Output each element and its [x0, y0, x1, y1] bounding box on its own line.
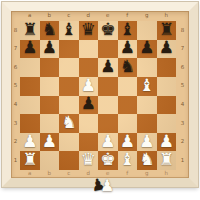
- white-pawn-icon: ♟: [159, 133, 174, 150]
- black-bishop-icon: ♝: [120, 21, 135, 38]
- square-c2[interactable]: [59, 133, 79, 152]
- white-pawn-icon: ♟: [100, 133, 115, 150]
- white-pawn-icon: ♟: [42, 133, 57, 150]
- black-pawn-icon: ♟: [159, 39, 174, 56]
- captured-white-pawn-icon: ♟: [100, 178, 114, 194]
- white-pawn-icon: ♟: [120, 133, 135, 150]
- square-c8[interactable]: ♝: [59, 21, 79, 40]
- rank-labels-right: 87654321: [176, 21, 189, 170]
- square-d3[interactable]: [79, 114, 99, 133]
- rank-label: 7: [11, 40, 20, 59]
- file-label: a: [20, 170, 40, 178]
- white-pawn-icon: ♟: [81, 77, 96, 94]
- black-pawn-icon: ♟: [100, 58, 115, 75]
- file-label: h: [157, 170, 177, 178]
- black-rook-icon: ♜: [159, 21, 174, 38]
- square-b4[interactable]: [40, 96, 60, 115]
- rank-label: 2: [11, 133, 20, 152]
- square-e4[interactable]: [98, 96, 118, 115]
- black-king-icon: ♚: [100, 21, 115, 38]
- square-a3[interactable]: [20, 114, 40, 133]
- black-pawn-icon: ♟: [42, 39, 57, 56]
- square-a5[interactable]: [20, 77, 40, 96]
- black-queen-icon: ♛: [81, 21, 96, 38]
- square-a4[interactable]: [20, 96, 40, 115]
- square-a1[interactable]: ♜: [20, 151, 40, 170]
- square-e5[interactable]: [98, 77, 118, 96]
- white-king-icon: ♚: [100, 151, 115, 168]
- square-h5[interactable]: [157, 77, 177, 96]
- rank-label: 8: [176, 21, 189, 40]
- square-c1[interactable]: [59, 151, 79, 170]
- black-rook-icon: ♜: [22, 21, 37, 38]
- square-c3[interactable]: ♞: [59, 114, 79, 133]
- rank-label: 4: [176, 96, 189, 115]
- square-c5[interactable]: [59, 77, 79, 96]
- rank-label: 5: [11, 77, 20, 96]
- white-pawn-icon: ♟: [22, 133, 37, 150]
- rank-labels-left: 87654321: [11, 21, 20, 170]
- square-f1[interactable]: ♝: [118, 151, 138, 170]
- square-f5[interactable]: [118, 77, 138, 96]
- square-e3[interactable]: [98, 114, 118, 133]
- square-g4[interactable]: [137, 96, 157, 115]
- white-pawn-icon: ♟: [139, 133, 154, 150]
- board-margin: abcdefgh abcdefgh 87654321 87654321 ♜♞♝♛…: [11, 11, 189, 178]
- rank-label: 8: [11, 21, 20, 40]
- square-h7[interactable]: ♟: [157, 40, 177, 59]
- rank-label: 2: [176, 133, 189, 152]
- square-a6[interactable]: [20, 58, 40, 77]
- square-f3[interactable]: [118, 114, 138, 133]
- square-d8[interactable]: ♛: [79, 21, 99, 40]
- board-frame: abcdefgh abcdefgh 87654321 87654321 ♜♞♝♛…: [2, 2, 198, 187]
- square-a7[interactable]: ♟: [20, 40, 40, 59]
- file-label: b: [40, 170, 60, 178]
- square-d1[interactable]: ♛: [79, 151, 99, 170]
- square-c7[interactable]: [59, 40, 79, 59]
- file-label: c: [59, 170, 79, 178]
- square-h1[interactable]: ♜: [157, 151, 177, 170]
- square-f6[interactable]: ♞: [118, 58, 138, 77]
- black-pawn-icon: ♟: [81, 95, 96, 112]
- square-b2[interactable]: ♟: [40, 133, 60, 152]
- square-b6[interactable]: [40, 58, 60, 77]
- white-queen-icon: ♛: [81, 151, 96, 168]
- demo-chessboard-photo: abcdefgh abcdefgh 87654321 87654321 ♜♞♝♛…: [0, 0, 200, 200]
- rank-label: 5: [176, 77, 189, 96]
- square-c6[interactable]: [59, 58, 79, 77]
- black-knight-icon: ♞: [42, 21, 57, 38]
- black-pawn-icon: ♟: [120, 39, 135, 56]
- square-g1[interactable]: ♞: [137, 151, 157, 170]
- white-knight-icon: ♞: [61, 114, 76, 131]
- square-h4[interactable]: [157, 96, 177, 115]
- white-rook-icon: ♜: [159, 151, 174, 168]
- file-label: g: [137, 11, 157, 21]
- rank-label: 1: [11, 151, 20, 170]
- square-g7[interactable]: ♟: [137, 40, 157, 59]
- file-label: f: [118, 170, 138, 178]
- square-d7[interactable]: [79, 40, 99, 59]
- square-d4[interactable]: ♟: [79, 96, 99, 115]
- square-b7[interactable]: ♟: [40, 40, 60, 59]
- file-label: g: [137, 170, 157, 178]
- square-e1[interactable]: ♚: [98, 151, 118, 170]
- square-g5[interactable]: ♝: [137, 77, 157, 96]
- rank-label: 1: [176, 151, 189, 170]
- black-knight-icon: ♞: [120, 58, 135, 75]
- white-knight-icon: ♞: [139, 151, 154, 168]
- square-e6[interactable]: ♟: [98, 58, 118, 77]
- square-f4[interactable]: [118, 96, 138, 115]
- black-pawn-icon: ♟: [22, 39, 37, 56]
- chess-board: ♜♞♝♛♚♝♜♟♟♟♟♟♟♞♟♝♟♞♟♟♟♟♟♟♜♛♚♝♞♜: [20, 21, 176, 170]
- rank-label: 4: [11, 96, 20, 115]
- rank-label: 3: [11, 114, 20, 133]
- rank-label: 7: [176, 40, 189, 59]
- rank-label: 6: [176, 58, 189, 77]
- white-bishop-icon: ♝: [139, 77, 154, 94]
- square-h6[interactable]: [157, 58, 177, 77]
- square-e8[interactable]: ♚: [98, 21, 118, 40]
- square-b5[interactable]: [40, 77, 60, 96]
- square-h3[interactable]: [157, 114, 177, 133]
- rank-label: 3: [176, 114, 189, 133]
- white-bishop-icon: ♝: [120, 151, 135, 168]
- black-pawn-icon: ♟: [139, 39, 154, 56]
- white-rook-icon: ♜: [22, 151, 37, 168]
- square-b3[interactable]: [40, 114, 60, 133]
- black-bishop-icon: ♝: [61, 21, 76, 38]
- square-g3[interactable]: [137, 114, 157, 133]
- square-b1[interactable]: [40, 151, 60, 170]
- rank-label: 6: [11, 58, 20, 77]
